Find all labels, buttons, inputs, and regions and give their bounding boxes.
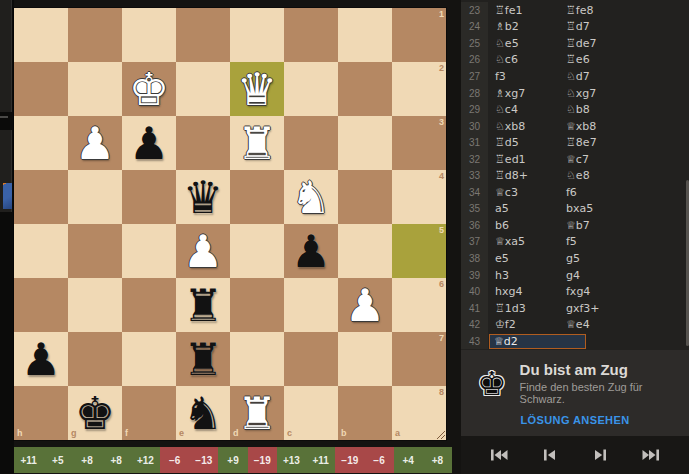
square-a5[interactable]: 5: [392, 224, 446, 278]
board-resize-handle[interactable]: [435, 429, 445, 439]
prompt-subtitle: Finde den besten Zug für Schwarz.: [520, 381, 689, 405]
white-move[interactable]: ♖1d3: [488, 302, 564, 315]
jump-first-button[interactable]: [477, 446, 521, 464]
square-g4[interactable]: [68, 170, 122, 224]
puzzle-prompt: ♚ Du bist am Zug Finde den besten Zug fü…: [461, 350, 689, 436]
move-row-33: 33♖d8+♘e8: [461, 167, 689, 184]
square-f3[interactable]: ♟: [122, 116, 176, 170]
view-solution-link[interactable]: LÖSUNG ANSEHEN: [461, 414, 689, 426]
square-f4[interactable]: [122, 170, 176, 224]
black-move[interactable]: ♕b7: [564, 219, 689, 232]
eval-cell[interactable]: +12: [131, 447, 160, 473]
piece-bR-e7[interactable]: ♜: [176, 332, 230, 386]
eval-cell[interactable]: +4: [394, 447, 423, 473]
black-move[interactable]: ♘d7: [564, 70, 689, 83]
black-move[interactable]: gxf3+: [564, 302, 689, 315]
white-move[interactable]: ♖fe1: [488, 4, 564, 17]
square-c7[interactable]: [284, 332, 338, 386]
move-row-29: 29♘c4♘b8: [461, 101, 689, 118]
eval-cell[interactable]: +8: [102, 447, 131, 473]
white-move[interactable]: ♗xg7: [488, 87, 564, 100]
white-move[interactable]: hxg4: [488, 285, 564, 298]
move-row-23: 23♖fe1♖fe8: [461, 2, 689, 19]
square-g6[interactable]: [68, 278, 122, 332]
background-panel-top: [0, 0, 12, 112]
move-row-24: 24♗b2♖d7: [461, 19, 689, 36]
rank-label-6: 6: [439, 280, 444, 289]
eval-cell[interactable]: +11: [14, 447, 43, 473]
white-move[interactable]: ♕c3: [488, 186, 564, 199]
prompt-title: Du bist am Zug: [520, 361, 689, 378]
eval-cell[interactable]: +13: [277, 447, 306, 473]
move-row-43: 43♕d2: [461, 333, 689, 350]
eval-cell[interactable]: +11: [306, 447, 335, 473]
move-number: 23: [461, 2, 488, 19]
square-a3[interactable]: 3: [392, 116, 446, 170]
black-move[interactable]: f6: [564, 186, 689, 199]
square-d8[interactable]: ♜d: [230, 386, 284, 440]
move-number: 36: [461, 217, 488, 234]
white-move[interactable]: ♖d5: [488, 136, 564, 149]
square-h6[interactable]: [14, 278, 68, 332]
background-divider: [0, 116, 8, 118]
square-a7[interactable]: 7: [392, 332, 446, 386]
eval-cell[interactable]: −19: [335, 447, 364, 473]
square-d7[interactable]: [230, 332, 284, 386]
move-number: 29: [461, 101, 488, 118]
square-e4[interactable]: ♛: [176, 170, 230, 224]
white-move[interactable]: ♘e5: [488, 37, 564, 50]
square-a8[interactable]: 8a: [392, 386, 446, 440]
square-h1[interactable]: [14, 8, 68, 62]
eval-cell[interactable]: +8: [72, 447, 101, 473]
square-f2[interactable]: ♚: [122, 62, 176, 116]
move-number: 32: [461, 151, 488, 168]
square-b8[interactable]: b: [338, 386, 392, 440]
black-move[interactable]: ♘b8: [564, 103, 689, 116]
square-a6[interactable]: 6: [392, 278, 446, 332]
square-d3[interactable]: ♜: [230, 116, 284, 170]
eval-cell[interactable]: +5: [43, 447, 72, 473]
move-number: 41: [461, 300, 488, 317]
square-e1[interactable]: [176, 8, 230, 62]
white-move[interactable]: f3: [488, 70, 564, 83]
square-c1[interactable]: [284, 8, 338, 62]
square-a4[interactable]: 4: [392, 170, 446, 224]
square-d1[interactable]: [230, 8, 284, 62]
move-number: 39: [461, 267, 488, 284]
square-g1[interactable]: [68, 8, 122, 62]
square-h3[interactable]: [14, 116, 68, 170]
move-number: 27: [461, 68, 488, 85]
move-row-36: 36b6♕b7: [461, 217, 689, 234]
chess-board[interactable]: 1♚♛2♟♟♜3♛♞4♟♟5♜♟6♟♜7h♚gf♞e♜dcb8a: [14, 8, 446, 440]
move-number: 25: [461, 35, 488, 52]
black-move[interactable]: ♖8e7: [564, 136, 689, 149]
square-c4[interactable]: ♞: [284, 170, 338, 224]
square-f1[interactable]: [122, 8, 176, 62]
black-king-icon: ♚: [477, 367, 507, 400]
black-move[interactable]: fxg4: [564, 285, 689, 298]
piece-wQ-d2[interactable]: ♛: [230, 62, 284, 116]
move-number: 34: [461, 184, 488, 201]
white-move[interactable]: b6: [488, 219, 564, 232]
square-c2[interactable]: [284, 62, 338, 116]
square-e2[interactable]: [176, 62, 230, 116]
square-f6[interactable]: [122, 278, 176, 332]
move-number: 24: [461, 19, 488, 36]
square-e3[interactable]: [176, 116, 230, 170]
background-window-edge: [0, 0, 14, 474]
move-row-32: 32♖ed1♕c7: [461, 151, 689, 168]
file-label-f: f: [125, 429, 128, 438]
square-h4[interactable]: [14, 170, 68, 224]
move-number: 26: [461, 52, 488, 69]
square-e8[interactable]: ♞e: [176, 386, 230, 440]
white-move[interactable]: e5: [488, 252, 564, 265]
piece-bN-e8[interactable]: ♞: [176, 386, 230, 440]
square-c6[interactable]: [284, 278, 338, 332]
jump-prev-icon: [543, 449, 556, 461]
square-g2[interactable]: [68, 62, 122, 116]
white-move[interactable]: ♔f2: [488, 318, 564, 331]
move-row-37: 37♕xa5f5: [461, 234, 689, 251]
square-b6[interactable]: ♟: [338, 278, 392, 332]
square-b7[interactable]: [338, 332, 392, 386]
piece-wP-b6[interactable]: ♟: [338, 278, 392, 332]
white-move[interactable]: a5: [488, 202, 564, 215]
move-row-38: 38e5g5: [461, 250, 689, 267]
square-f8[interactable]: f: [122, 386, 176, 440]
square-g5[interactable]: [68, 224, 122, 278]
black-move[interactable]: ♕c7: [564, 153, 689, 166]
square-d2[interactable]: ♛: [230, 62, 284, 116]
white-move[interactable]: ♘xb8: [488, 120, 564, 133]
move-number: 42: [461, 316, 488, 333]
rank-label-8: 8: [439, 388, 444, 397]
white-move[interactable]: ♕xa5: [488, 235, 564, 248]
square-e7[interactable]: ♜: [176, 332, 230, 386]
move-number: 33: [461, 167, 488, 184]
jump-first-icon: [491, 449, 508, 461]
black-move[interactable]: f5: [564, 235, 689, 248]
white-move[interactable]: ♖d8+: [488, 169, 564, 182]
side-panel: 23♖fe1♖fe824♗b2♖d725♘e5♖de726♘c6♖e627f3♘…: [461, 0, 689, 474]
black-move[interactable]: ♖d7: [564, 20, 689, 33]
square-c8[interactable]: c: [284, 386, 338, 440]
piece-bP-f3[interactable]: ♟: [122, 116, 176, 170]
move-number: 30: [461, 118, 488, 135]
square-c3[interactable]: [284, 116, 338, 170]
rank-label-7: 7: [439, 334, 444, 343]
move-number: 40: [461, 283, 488, 300]
square-d6[interactable]: [230, 278, 284, 332]
mini-chart-icon: [3, 183, 12, 209]
file-label-h: h: [17, 429, 23, 438]
square-g7[interactable]: [68, 332, 122, 386]
file-label-c: c: [287, 429, 292, 438]
eval-cell[interactable]: −13: [189, 447, 218, 473]
piece-wP-g3[interactable]: ♟: [68, 116, 122, 170]
square-h7[interactable]: ♟: [14, 332, 68, 386]
move-number: 38: [461, 250, 488, 267]
move-number: 43: [461, 333, 488, 350]
square-h5[interactable]: [14, 224, 68, 278]
piece-bR-e6[interactable]: ♜: [176, 278, 230, 332]
eval-cell[interactable]: +9: [218, 447, 247, 473]
current-move-input[interactable]: ♕d2: [489, 334, 586, 349]
jump-next-button[interactable]: [578, 446, 622, 464]
square-g3[interactable]: ♟: [68, 116, 122, 170]
rank-label-5: 5: [439, 226, 444, 235]
rank-label-1: 1: [439, 10, 444, 19]
file-label-g: g: [71, 429, 77, 438]
file-label-d: d: [233, 429, 239, 438]
piece-bP-h7[interactable]: ♟: [14, 332, 68, 386]
black-move[interactable]: ♕xb8: [564, 120, 689, 133]
file-label-a: a: [395, 429, 400, 438]
move-list: 23♖fe1♖fe824♗b2♖d725♘e5♖de726♘c6♖e627f3♘…: [461, 0, 689, 350]
black-move[interactable]: bxa5: [564, 202, 689, 215]
square-d5[interactable]: [230, 224, 284, 278]
jump-last-icon: [642, 449, 659, 461]
move-row-42: 42♔f2♕e4: [461, 316, 689, 333]
square-h8[interactable]: h: [14, 386, 68, 440]
piece-wP-e5[interactable]: ♟: [176, 224, 230, 278]
piece-wK-f2[interactable]: ♚: [122, 62, 176, 116]
black-move[interactable]: ♖e6: [564, 53, 689, 66]
square-a2[interactable]: 2: [392, 62, 446, 116]
square-h2[interactable]: [14, 62, 68, 116]
square-a1[interactable]: 1: [392, 8, 446, 62]
move-row-39: 39h3g4: [461, 267, 689, 284]
background-panel-bottom: [0, 130, 12, 212]
move-number: 28: [461, 85, 488, 102]
rank-label-3: 3: [439, 118, 444, 127]
move-row-35: 35a5bxa5: [461, 201, 689, 218]
eval-cell[interactable]: −6: [364, 447, 393, 473]
square-f7[interactable]: [122, 332, 176, 386]
square-b2[interactable]: [338, 62, 392, 116]
square-f5[interactable]: [122, 224, 176, 278]
eval-cell[interactable]: −19: [248, 447, 277, 473]
move-row-30: 30♘xb8♕xb8: [461, 118, 689, 135]
square-d4[interactable]: [230, 170, 284, 224]
move-number: 31: [461, 134, 488, 151]
rank-label-4: 4: [439, 172, 444, 181]
white-move[interactable]: ♗b2: [488, 20, 564, 33]
move-row-31: 31♖d5♖8e7: [461, 134, 689, 151]
file-label-b: b: [341, 429, 347, 438]
move-nav-bar: [461, 436, 689, 474]
jump-last-button[interactable]: [629, 446, 673, 464]
white-move[interactable]: ♘c4: [488, 103, 564, 116]
white-move[interactable]: ♘c6: [488, 53, 564, 66]
black-move[interactable]: g4: [564, 269, 689, 282]
square-g8[interactable]: ♚g: [68, 386, 122, 440]
square-b5[interactable]: [338, 224, 392, 278]
white-move[interactable]: h3: [488, 269, 564, 282]
move-number: 37: [461, 234, 488, 251]
move-row-25: 25♘e5♖de7: [461, 35, 689, 52]
piece-bQ-e4[interactable]: ♛: [176, 170, 230, 224]
eval-cell[interactable]: +8: [423, 447, 452, 473]
black-move[interactable]: g5: [564, 252, 689, 265]
square-e5[interactable]: ♟: [176, 224, 230, 278]
eval-history-bar: +11+5+8+8+12−6−13+9−19+13+11−19−6+4+8: [14, 447, 452, 473]
move-row-28: 28♗xg7♘xg7: [461, 85, 689, 102]
move-row-26: 26♘c6♖e6: [461, 52, 689, 69]
square-c5[interactable]: ♟: [284, 224, 338, 278]
piece-wN-c4[interactable]: ♞: [284, 170, 338, 224]
move-row-27: 27f3♘d7: [461, 68, 689, 85]
square-b3[interactable]: [338, 116, 392, 170]
piece-wR-d3[interactable]: ♜: [230, 116, 284, 170]
move-row-41: 41♖1d3gxf3+: [461, 300, 689, 317]
move-row-40: 40hxg4fxg4: [461, 283, 689, 300]
black-move[interactable]: ♖de7: [564, 37, 689, 50]
white-move[interactable]: ♖ed1: [488, 153, 564, 166]
square-b4[interactable]: [338, 170, 392, 224]
rank-label-2: 2: [439, 64, 444, 73]
jump-next-icon: [594, 449, 607, 461]
move-row-34: 34♕c3f6: [461, 184, 689, 201]
black-move[interactable]: ♕e4: [564, 318, 689, 331]
file-label-e: e: [179, 429, 184, 438]
move-number: 35: [461, 201, 488, 218]
black-move[interactable]: ♘xg7: [564, 87, 689, 100]
square-b1[interactable]: [338, 8, 392, 62]
jump-prev-button[interactable]: [528, 446, 572, 464]
square-e6[interactable]: ♜: [176, 278, 230, 332]
black-move[interactable]: ♘e8: [564, 169, 689, 182]
black-move[interactable]: ♖fe8: [564, 4, 689, 17]
eval-cell[interactable]: −6: [160, 447, 189, 473]
piece-bP-c5[interactable]: ♟: [284, 224, 338, 278]
